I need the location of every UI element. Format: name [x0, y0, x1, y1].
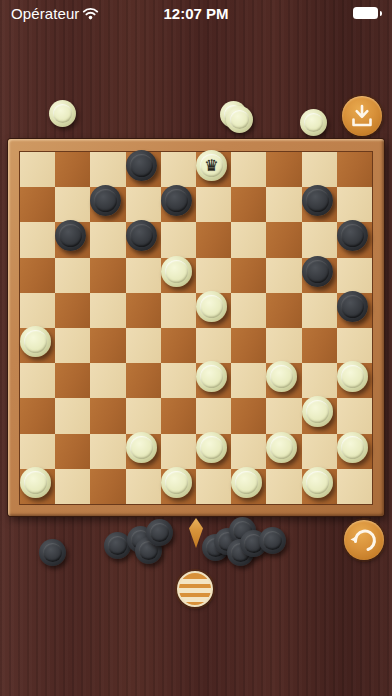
square-r3c0[interactable]	[20, 258, 55, 293]
white-man-piece[interactable]	[161, 256, 192, 287]
square-r8c0	[20, 434, 55, 469]
square-r0c0	[20, 152, 55, 187]
square-r4c1[interactable]	[55, 293, 90, 328]
captured-white-piece	[226, 106, 253, 133]
square-r1c3	[126, 187, 161, 222]
black-man-piece[interactable]	[161, 185, 192, 216]
board-squares: ♛	[20, 152, 372, 504]
square-r6c5[interactable]	[196, 363, 231, 398]
square-r3c9	[337, 258, 372, 293]
white-man-piece[interactable]	[337, 432, 368, 463]
square-r0c1[interactable]	[55, 152, 90, 187]
white-man-piece[interactable]	[196, 291, 227, 322]
square-r3c7	[266, 258, 301, 293]
captured-black-piece	[146, 519, 173, 546]
black-man-piece[interactable]	[337, 291, 368, 322]
black-man-piece[interactable]	[302, 185, 333, 216]
square-r9c8[interactable]	[302, 469, 337, 504]
square-r4c6	[231, 293, 266, 328]
square-r5c4[interactable]	[161, 328, 196, 363]
black-man-piece[interactable]	[126, 150, 157, 181]
square-r6c3[interactable]	[126, 363, 161, 398]
square-r2c6	[231, 222, 266, 257]
save-button[interactable]	[342, 96, 382, 136]
square-r5c8[interactable]	[302, 328, 337, 363]
square-r2c0	[20, 222, 55, 257]
white-man-piece[interactable]	[196, 361, 227, 392]
square-r7c1	[55, 398, 90, 433]
square-r2c9[interactable]	[337, 222, 372, 257]
square-r2c5[interactable]	[196, 222, 231, 257]
king-crown-icon: ♛	[196, 150, 227, 181]
square-r8c6	[231, 434, 266, 469]
square-r1c8[interactable]	[302, 187, 337, 222]
draughts-app-screen: { "game": "international-draughts-10x10"…	[0, 0, 392, 696]
square-r0c9[interactable]	[337, 152, 372, 187]
turn-indicator-diamond	[189, 518, 203, 548]
white-man-piece[interactable]	[302, 467, 333, 498]
square-r2c2	[90, 222, 125, 257]
square-r0c3[interactable]	[126, 152, 161, 187]
status-bar: Opérateur 12:07 PM	[0, 0, 392, 28]
square-r9c2[interactable]	[90, 469, 125, 504]
captured-black-piece	[39, 539, 66, 566]
square-r7c5	[196, 398, 231, 433]
square-r0c2	[90, 152, 125, 187]
square-r4c2	[90, 293, 125, 328]
square-r5c2[interactable]	[90, 328, 125, 363]
square-r6c6	[231, 363, 266, 398]
white-man-piece[interactable]	[266, 361, 297, 392]
square-r6c2	[90, 363, 125, 398]
square-r1c2[interactable]	[90, 187, 125, 222]
square-r5c6[interactable]	[231, 328, 266, 363]
square-r9c5	[196, 469, 231, 504]
square-r9c9	[337, 469, 372, 504]
square-r7c2[interactable]	[90, 398, 125, 433]
square-r9c1	[55, 469, 90, 504]
square-r3c3	[126, 258, 161, 293]
square-r1c1	[55, 187, 90, 222]
captured-white-piece	[300, 109, 327, 136]
square-r9c3	[126, 469, 161, 504]
square-r2c7[interactable]	[266, 222, 301, 257]
square-r5c9	[337, 328, 372, 363]
square-r8c5[interactable]	[196, 434, 231, 469]
square-r8c8	[302, 434, 337, 469]
square-r8c9[interactable]	[337, 434, 372, 469]
battery-icon	[353, 7, 378, 19]
square-r5c1	[55, 328, 90, 363]
square-r8c3[interactable]	[126, 434, 161, 469]
square-r0c6	[231, 152, 266, 187]
square-r3c6[interactable]	[231, 258, 266, 293]
square-r9c0[interactable]	[20, 469, 55, 504]
square-r2c4	[161, 222, 196, 257]
undo-button[interactable]	[344, 520, 384, 560]
square-r3c1	[55, 258, 90, 293]
square-r7c8[interactable]	[302, 398, 337, 433]
square-r7c7	[266, 398, 301, 433]
square-r3c4[interactable]	[161, 258, 196, 293]
square-r1c0[interactable]	[20, 187, 55, 222]
black-man-piece[interactable]	[90, 185, 121, 216]
draughts-board: ♛	[8, 139, 384, 516]
white-man-piece[interactable]	[126, 432, 157, 463]
square-r6c9[interactable]	[337, 363, 372, 398]
white-man-piece[interactable]	[20, 467, 51, 498]
square-r1c4[interactable]	[161, 187, 196, 222]
square-r4c4	[161, 293, 196, 328]
square-r1c5	[196, 187, 231, 222]
square-r6c7[interactable]	[266, 363, 301, 398]
square-r9c6[interactable]	[231, 469, 266, 504]
square-r4c3[interactable]	[126, 293, 161, 328]
black-man-piece[interactable]	[337, 220, 368, 251]
captured-white-piece	[49, 100, 76, 127]
white-man-piece[interactable]	[231, 467, 262, 498]
square-r5c0[interactable]	[20, 328, 55, 363]
captured-black-piece	[259, 527, 286, 554]
square-r6c4	[161, 363, 196, 398]
white-man-piece[interactable]	[337, 361, 368, 392]
square-r8c1[interactable]	[55, 434, 90, 469]
black-man-piece[interactable]	[302, 256, 333, 287]
square-r2c1[interactable]	[55, 222, 90, 257]
square-r8c7[interactable]	[266, 434, 301, 469]
square-r4c5[interactable]	[196, 293, 231, 328]
square-r7c9	[337, 398, 372, 433]
square-r0c5[interactable]: ♛	[196, 152, 231, 187]
square-r1c9	[337, 187, 372, 222]
square-r1c6[interactable]	[231, 187, 266, 222]
square-r5c5	[196, 328, 231, 363]
square-r0c7[interactable]	[266, 152, 301, 187]
square-r0c8	[302, 152, 337, 187]
square-r4c7[interactable]	[266, 293, 301, 328]
square-r6c1[interactable]	[55, 363, 90, 398]
square-r2c8	[302, 222, 337, 257]
white-man-piece[interactable]	[20, 326, 51, 357]
white-man-piece[interactable]	[196, 432, 227, 463]
black-man-piece[interactable]	[126, 220, 157, 251]
square-r4c8	[302, 293, 337, 328]
menu-button[interactable]	[177, 571, 213, 607]
square-r2c3[interactable]	[126, 222, 161, 257]
square-r8c2	[90, 434, 125, 469]
square-r3c8[interactable]	[302, 258, 337, 293]
white-king-piece[interactable]: ♛	[196, 150, 227, 181]
square-r9c7	[266, 469, 301, 504]
white-man-piece[interactable]	[161, 467, 192, 498]
square-r7c6[interactable]	[231, 398, 266, 433]
square-r7c4[interactable]	[161, 398, 196, 433]
square-r5c7	[266, 328, 301, 363]
square-r7c0[interactable]	[20, 398, 55, 433]
square-r4c0	[20, 293, 55, 328]
clock: 12:07 PM	[0, 5, 392, 22]
square-r1c7	[266, 187, 301, 222]
square-r6c0	[20, 363, 55, 398]
square-r5c3	[126, 328, 161, 363]
square-r0c4	[161, 152, 196, 187]
square-r3c5	[196, 258, 231, 293]
square-r3c2[interactable]	[90, 258, 125, 293]
black-man-piece[interactable]	[55, 220, 86, 251]
square-r9c4[interactable]	[161, 469, 196, 504]
square-r7c3	[126, 398, 161, 433]
white-man-piece[interactable]	[302, 396, 333, 427]
white-man-piece[interactable]	[266, 432, 297, 463]
square-r4c9[interactable]	[337, 293, 372, 328]
square-r8c4	[161, 434, 196, 469]
square-r6c8	[302, 363, 337, 398]
